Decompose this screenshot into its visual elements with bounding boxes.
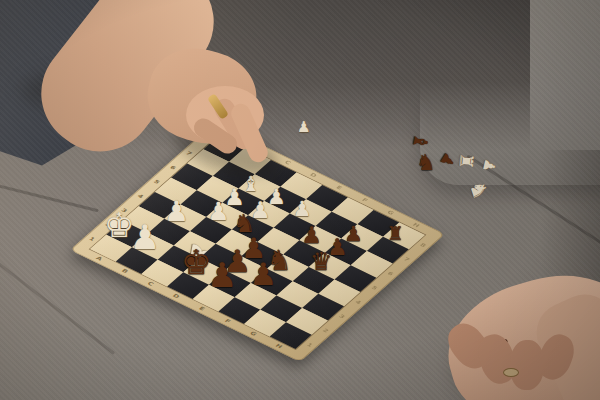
piece-felt-base: [503, 368, 519, 377]
child-hand: ♟: [0, 0, 600, 400]
photo-scene: ABCDEFGH ABCDEFGH 87654321 87654321 ♜♝♟♟…: [0, 0, 600, 400]
